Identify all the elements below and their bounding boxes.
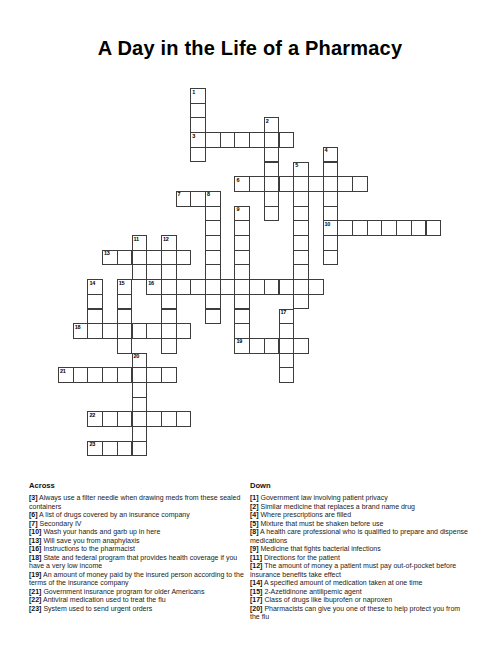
grid-cell[interactable] — [161, 411, 177, 427]
grid-cell[interactable] — [264, 176, 280, 192]
cell-number: 4 — [325, 148, 328, 154]
grid-cell[interactable]: 14 — [87, 279, 103, 295]
grid-cell[interactable]: 17 — [279, 309, 295, 325]
grid-cell[interactable] — [234, 279, 250, 295]
clue-number: [7] — [29, 520, 38, 527]
grid-cell[interactable] — [264, 206, 280, 222]
grid-cell[interactable] — [132, 323, 148, 339]
clue-number: [11] — [250, 554, 262, 561]
cell-number: 6 — [236, 178, 239, 184]
grid-cell[interactable] — [249, 338, 265, 354]
grid-cell[interactable] — [323, 176, 339, 192]
clue-number: [2] — [250, 503, 259, 510]
grid-cell[interactable] — [323, 250, 339, 266]
clue-number: [5] — [250, 520, 259, 527]
clue-item: [18] State and federal program that prov… — [29, 554, 247, 571]
clue-item: [20] Pharmacists can give you one of the… — [250, 605, 470, 622]
grid-cell[interactable]: 13 — [102, 250, 118, 266]
grid-cell[interactable] — [102, 323, 118, 339]
grid-cell[interactable] — [132, 250, 148, 266]
grid-cell[interactable]: 7 — [176, 191, 192, 207]
cell-number: 3 — [192, 134, 195, 140]
grid-cell[interactable] — [132, 441, 148, 457]
cell-number: 10 — [325, 222, 331, 228]
grid-cell[interactable] — [190, 117, 206, 133]
grid-cell[interactable] — [205, 294, 221, 310]
grid-cell[interactable] — [117, 294, 133, 310]
grid-cell[interactable] — [396, 220, 412, 236]
clue-item: [6] A list of drugs covered by an insura… — [29, 511, 247, 520]
across-clues-section: Across [3] Always use a filter needle wh… — [29, 481, 247, 613]
cell-number: 7 — [178, 192, 181, 198]
grid-cell[interactable] — [102, 367, 118, 383]
grid-cell[interactable] — [293, 250, 309, 266]
grid-cell[interactable] — [205, 250, 221, 266]
cell-number: 12 — [163, 237, 169, 243]
grid-cell[interactable] — [205, 309, 221, 325]
grid-cell[interactable] — [308, 279, 324, 295]
grid-cell[interactable] — [87, 294, 103, 310]
grid-cell[interactable] — [264, 147, 280, 163]
grid-cell[interactable] — [293, 294, 309, 310]
cell-number: 1 — [192, 90, 195, 96]
grid-cell[interactable] — [87, 309, 103, 325]
clue-item: [21] Government insurance program for ol… — [29, 588, 247, 597]
cell-number: 15 — [119, 281, 125, 287]
clue-item: [11] Directions for the patient — [250, 554, 470, 563]
grid-cell[interactable] — [132, 411, 148, 427]
cell-number: 5 — [295, 163, 298, 169]
clue-item: [9] Medicine that fights bacterial infec… — [250, 545, 470, 554]
clue-item: [15] 2-Azetidinone antilipemic agent — [250, 588, 470, 597]
grid-cell[interactable] — [293, 338, 309, 354]
clue-item: [22] Antiviral medication used to treat … — [29, 596, 247, 605]
clue-number: [6] — [29, 511, 38, 518]
grid-cell[interactable] — [220, 279, 236, 295]
clue-item: [3] Always use a filter needle when draw… — [29, 494, 247, 511]
grid-cell[interactable] — [293, 279, 309, 295]
grid-cell[interactable]: 22 — [87, 411, 103, 427]
grid-cell[interactable] — [352, 176, 368, 192]
clue-number: [10] — [29, 528, 41, 535]
cell-number: 11 — [134, 237, 139, 243]
grid-cell[interactable] — [205, 206, 221, 222]
grid-cell[interactable] — [117, 441, 133, 457]
grid-cell[interactable]: 11 — [132, 235, 148, 251]
clue-item: [23] System used to send urgent orders — [29, 605, 247, 614]
grid-cell[interactable] — [249, 132, 265, 148]
grid-cell[interactable] — [132, 367, 148, 383]
grid-cell[interactable] — [264, 132, 280, 148]
clue-number: [22] — [29, 596, 41, 603]
clue-number: [15] — [250, 588, 262, 595]
grid-cell[interactable] — [352, 220, 368, 236]
clue-item: [7] Secondary IV — [29, 520, 247, 529]
grid-cell[interactable] — [205, 220, 221, 236]
grid-cell[interactable] — [279, 279, 295, 295]
grid-cell[interactable] — [234, 235, 250, 251]
grid-cell[interactable] — [279, 323, 295, 339]
grid-cell[interactable]: 23 — [87, 441, 103, 457]
grid-cell[interactable] — [87, 367, 103, 383]
grid-cell[interactable] — [161, 309, 177, 325]
grid-cell[interactable] — [117, 309, 133, 325]
grid-cell[interactable] — [161, 323, 177, 339]
down-clues-section: Down [1] Government law involving patien… — [250, 481, 470, 622]
grid-cell[interactable] — [249, 176, 265, 192]
grid-cell[interactable] — [146, 250, 162, 266]
clue-item: [1] Government law involving patient pri… — [250, 494, 470, 503]
grid-cell[interactable]: 3 — [190, 132, 206, 148]
clue-number: [18] — [29, 554, 41, 561]
grid-cell[interactable] — [176, 250, 192, 266]
grid-cell[interactable]: 19 — [234, 338, 250, 354]
grid-cell[interactable] — [293, 176, 309, 192]
grid-cell[interactable] — [323, 162, 339, 178]
grid-cell[interactable] — [234, 294, 250, 310]
cell-number: 8 — [207, 192, 210, 198]
clue-item: [8] A health care professional who is qu… — [250, 528, 470, 545]
grid-cell[interactable] — [426, 220, 442, 236]
clue-number: [3] — [29, 494, 38, 501]
grid-cell[interactable] — [234, 323, 250, 339]
clue-number: [21] — [29, 588, 41, 595]
grid-cell[interactable] — [205, 264, 221, 280]
grid-cell[interactable] — [132, 397, 148, 413]
cell-number: 20 — [134, 354, 140, 360]
clue-item: [14] A specified amount of medication ta… — [250, 579, 470, 588]
clue-number: [13] — [29, 537, 41, 544]
grid-cell[interactable] — [279, 367, 295, 383]
grid-cell[interactable] — [337, 176, 353, 192]
grid-cell[interactable] — [132, 382, 148, 398]
clue-item: [13] Will save you from anaphylaxis — [29, 537, 247, 546]
across-header: Across — [29, 481, 247, 490]
grid-cell[interactable] — [293, 235, 309, 251]
cell-number: 16 — [148, 281, 154, 287]
grid-cell[interactable] — [323, 191, 339, 207]
clue-item: [16] Instructions to the pharmacist — [29, 545, 247, 554]
cell-number: 9 — [236, 207, 239, 213]
clue-item: [4] Where prescriptions are filled — [250, 511, 470, 520]
grid-cell[interactable]: 6 — [234, 176, 250, 192]
grid-cell[interactable] — [176, 411, 192, 427]
grid-cell[interactable] — [279, 132, 295, 148]
cell-number: 2 — [266, 119, 269, 125]
clue-number: [17] — [250, 596, 262, 603]
clue-number: [14] — [250, 579, 262, 586]
grid-cell[interactable]: 2 — [264, 117, 280, 133]
grid-cell[interactable] — [264, 338, 280, 354]
grid-cell[interactable] — [176, 323, 192, 339]
down-header: Down — [250, 481, 470, 490]
grid-cell[interactable] — [161, 367, 177, 383]
grid-cell[interactable] — [264, 279, 280, 295]
grid-cell[interactable] — [190, 147, 206, 163]
grid-cell[interactable]: 15 — [117, 279, 133, 295]
grid-cell[interactable] — [293, 220, 309, 236]
grid-cell[interactable] — [102, 441, 118, 457]
grid-cell[interactable] — [132, 264, 148, 280]
clue-item: [10] Wash your hands and garb up in here — [29, 528, 247, 537]
grid-cell[interactable] — [367, 220, 383, 236]
grid-cell[interactable] — [161, 294, 177, 310]
grid-cell[interactable] — [117, 323, 133, 339]
grid-cell[interactable] — [308, 176, 324, 192]
clue-number: [19] — [29, 571, 41, 578]
grid-cell[interactable]: 8 — [205, 191, 221, 207]
grid-cell[interactable] — [161, 338, 177, 354]
cell-number: 13 — [104, 251, 110, 257]
grid-cell[interactable] — [161, 279, 177, 295]
grid-cell[interactable]: 5 — [293, 162, 309, 178]
clue-number: [9] — [250, 545, 259, 552]
crossword-worksheet: A Day in the Life of a Pharmacy 12345678… — [0, 0, 500, 647]
crossword-grid: 1234567891011121314151617181920212223 — [58, 88, 442, 457]
grid-cell[interactable] — [220, 132, 236, 148]
grid-cell[interactable]: 21 — [58, 367, 74, 383]
cell-number: 22 — [89, 413, 95, 419]
clue-item: [5] Mixture that must be shaken before u… — [250, 520, 470, 529]
grid-cell[interactable] — [205, 279, 221, 295]
grid-cell[interactable] — [323, 235, 339, 251]
across-clue-list: [3] Always use a filter needle when draw… — [29, 494, 247, 613]
clue-item: [12] The amount of money a patient must … — [250, 562, 470, 579]
clue-item: [2] Similar medicine that replaces a bra… — [250, 503, 470, 512]
grid-cell[interactable] — [293, 206, 309, 222]
cell-number: 18 — [75, 325, 81, 331]
grid-cell[interactable] — [323, 206, 339, 222]
grid-cell[interactable] — [234, 264, 250, 280]
grid-cell[interactable] — [73, 367, 89, 383]
grid-cell[interactable] — [190, 279, 206, 295]
grid-cell[interactable] — [234, 220, 250, 236]
grid-cell[interactable] — [205, 132, 221, 148]
clue-number: [12] — [250, 562, 262, 569]
grid-cell[interactable] — [264, 191, 280, 207]
grid-cell[interactable] — [337, 220, 353, 236]
grid-cell[interactable]: 12 — [161, 235, 177, 251]
grid-cell[interactable] — [117, 367, 133, 383]
grid-cell[interactable] — [279, 338, 295, 354]
page-title: A Day in the Life of a Pharmacy — [0, 37, 500, 60]
grid-cell[interactable] — [190, 103, 206, 119]
grid-cell[interactable] — [381, 220, 397, 236]
grid-cell[interactable] — [176, 279, 192, 295]
grid-cell[interactable] — [132, 426, 148, 442]
grid-cell[interactable] — [117, 338, 133, 354]
grid-cell[interactable] — [102, 411, 118, 427]
cell-number: 14 — [89, 281, 95, 287]
grid-cell[interactable] — [146, 367, 162, 383]
grid-cell[interactable] — [161, 264, 177, 280]
clue-number: [16] — [29, 545, 41, 552]
clue-number: [23] — [29, 605, 41, 612]
grid-cell[interactable]: 10 — [323, 220, 339, 236]
grid-cell[interactable] — [293, 264, 309, 280]
down-clue-list: [1] Government law involving patient pri… — [250, 494, 470, 622]
cell-number: 17 — [281, 310, 287, 316]
cell-number: 19 — [236, 339, 242, 345]
grid-cell[interactable] — [161, 250, 177, 266]
grid-cell[interactable] — [411, 220, 427, 236]
clue-number: [20] — [250, 605, 262, 612]
grid-cell[interactable]: 16 — [146, 279, 162, 295]
grid-cell[interactable] — [234, 309, 250, 325]
grid-cell[interactable] — [279, 176, 295, 192]
grid-cell[interactable]: 20 — [132, 353, 148, 369]
cell-number: 21 — [60, 369, 66, 375]
grid-cell[interactable] — [117, 411, 133, 427]
grid-cell[interactable] — [234, 132, 250, 148]
grid-cell[interactable] — [293, 191, 309, 207]
grid-cell[interactable] — [146, 323, 162, 339]
clue-item: [17] Class of drugs like ibuprofen or na… — [250, 596, 470, 605]
grid-cell[interactable] — [205, 235, 221, 251]
grid-cell[interactable] — [249, 279, 265, 295]
grid-cell[interactable] — [146, 411, 162, 427]
grid-cell[interactable] — [279, 353, 295, 369]
grid-cell[interactable]: 1 — [190, 88, 206, 104]
clue-number: [1] — [250, 494, 259, 501]
grid-cell[interactable]: 9 — [234, 206, 250, 222]
clue-number: [8] — [250, 528, 259, 535]
grid-cell[interactable] — [117, 250, 133, 266]
grid-cell[interactable] — [264, 162, 280, 178]
grid-cell[interactable] — [190, 191, 206, 207]
clue-number: [4] — [250, 511, 259, 518]
clue-item: [19] An amount of money paid by the insu… — [29, 571, 247, 588]
grid-cell[interactable] — [87, 323, 103, 339]
grid-cell[interactable] — [234, 250, 250, 266]
grid-cell[interactable]: 18 — [73, 323, 89, 339]
grid-cell[interactable]: 4 — [323, 147, 339, 163]
cell-number: 23 — [89, 442, 95, 448]
